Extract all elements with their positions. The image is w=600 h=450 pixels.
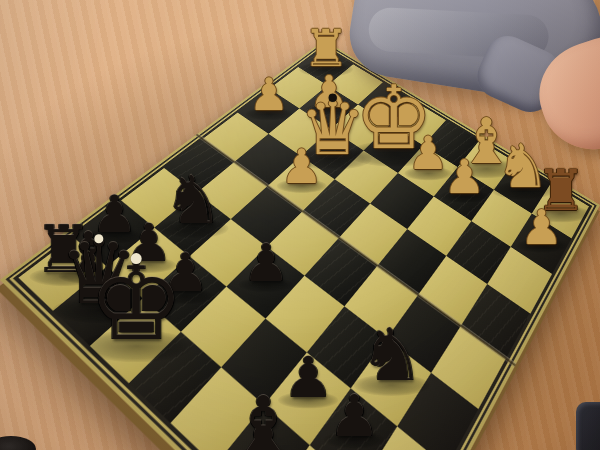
piece-white-pawn-c4[interactable]: ♟ [280,143,323,191]
piece-white-pawn-h2[interactable]: ♟ [520,202,563,250]
piece-white-pawn-f2[interactable]: ♟ [443,154,485,201]
piece-black-king-c8[interactable]: ♚ [88,249,184,356]
piece-white-pawn-a3[interactable]: ♟ [249,73,289,118]
dark-object-bottom-right [576,402,600,450]
piece-black-knight-b6[interactable]: ♞ [163,168,222,234]
piece-black-bishop-f8[interactable]: ♝ [226,386,300,450]
dark-object-bottom-left [0,436,36,450]
piece-black-knight-g6[interactable]: ♞ [359,319,424,392]
piece-black-pawn-g7[interactable]: ♟ [329,387,381,445]
piece-black-pawn-d6[interactable]: ♟ [243,237,290,289]
